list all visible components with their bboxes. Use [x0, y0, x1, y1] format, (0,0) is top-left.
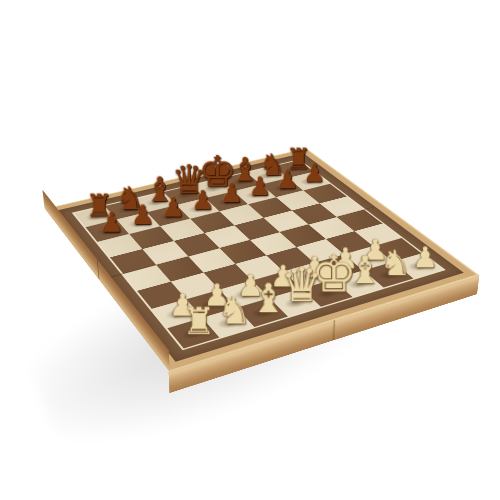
product-photo-scene: ♜♞♝♛♚♝♞♜♟♟♟♟♟♟♟♟♟♟♟♟♟♟♟♜♞♝♛♚♝♞♟ [0, 0, 500, 500]
pawn-glyph: ♟ [191, 187, 214, 213]
queen-glyph: ♛ [281, 262, 323, 309]
pawn-glyph: ♟ [100, 209, 124, 236]
knight-glyph: ♞ [217, 291, 251, 329]
pawn-glyph: ♟ [220, 180, 243, 205]
rook-glyph: ♜ [183, 303, 216, 340]
pawn-glyph: ♟ [249, 174, 272, 199]
pawn-glyph: ♟ [131, 202, 155, 228]
pawn-glyph: ♟ [276, 167, 298, 192]
knight-glyph: ♞ [380, 245, 412, 280]
pawn-glyph: ♟ [162, 194, 185, 220]
bishop-glyph: ♝ [251, 279, 286, 319]
pawn-glyph: ♟ [412, 243, 437, 271]
pawn-glyph: ♟ [303, 161, 325, 186]
